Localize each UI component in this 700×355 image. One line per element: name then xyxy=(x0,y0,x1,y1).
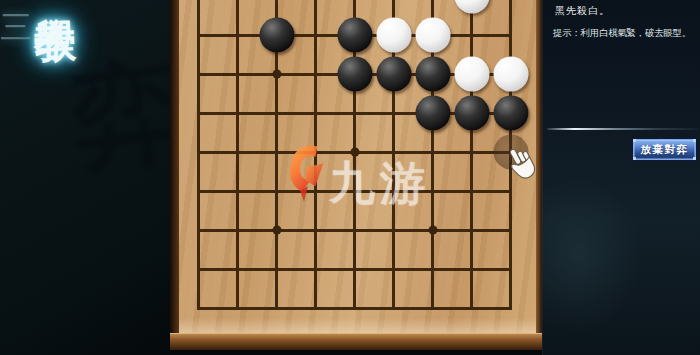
ink-calligraphy-shadow: 弈 xyxy=(63,36,172,197)
resign-button-label: 放棄對弈 xyxy=(641,143,689,157)
button-corner-ornament xyxy=(693,157,696,160)
resign-button[interactable]: 放棄對弈 xyxy=(633,139,696,160)
board-bottom-edge xyxy=(170,333,542,350)
button-corner-ornament xyxy=(633,139,636,142)
go-board-grid[interactable] xyxy=(197,0,512,310)
calligraphy-accent: 三 xyxy=(0,6,32,50)
hand-cursor-icon xyxy=(503,147,535,183)
board-bottom-bevel xyxy=(179,318,538,333)
board-left-edge xyxy=(170,0,179,338)
problem-statement: 黑先殺白。 xyxy=(555,4,610,18)
left-panel: 弈 三 教學 xyxy=(0,0,172,355)
button-corner-ornament xyxy=(633,157,636,160)
hint-text: 提示：利用白棋氣緊，破去眼型。 xyxy=(553,27,691,40)
right-panel: 黑先殺白。 提示：利用白棋氣緊，破去眼型。 放棄對弈 xyxy=(542,0,700,355)
button-corner-ornament xyxy=(693,139,696,142)
panel-divider xyxy=(547,128,699,130)
